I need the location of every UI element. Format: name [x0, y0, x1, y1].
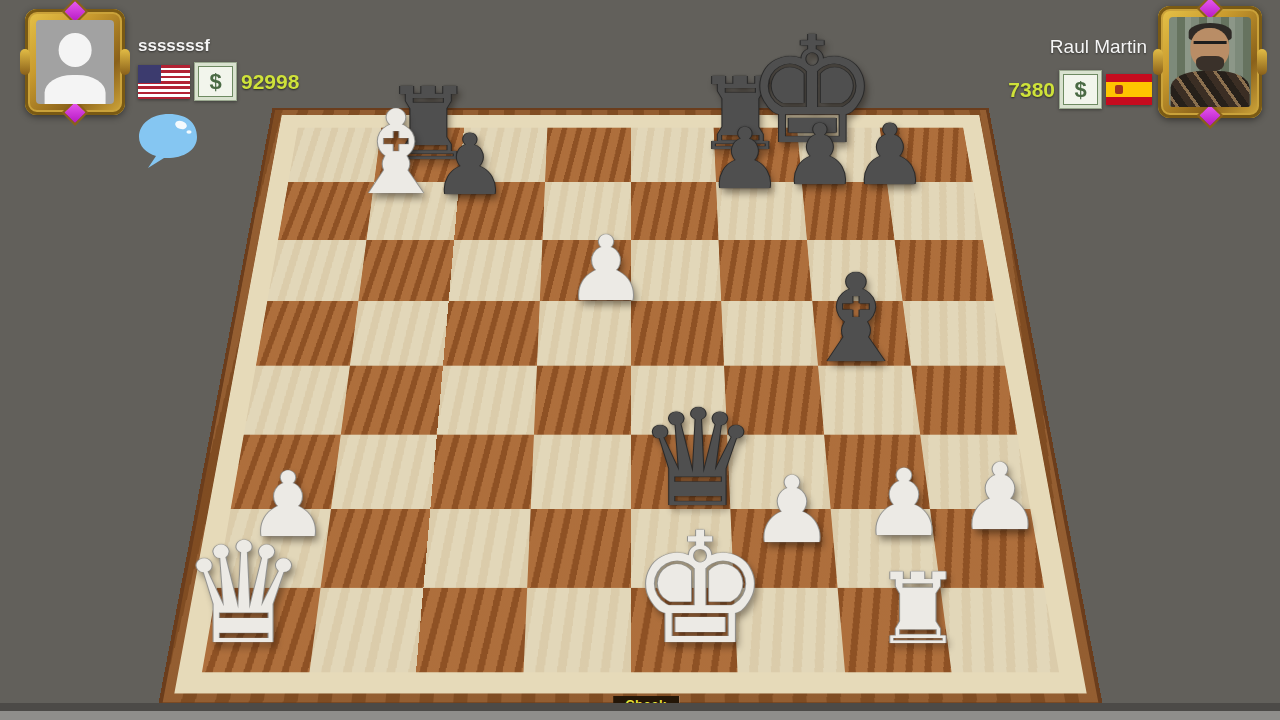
chat-bubble-icon[interactable] [136, 112, 200, 170]
piece-white-pawn-d5[interactable]: ♟ [566, 227, 647, 313]
piece-white-pawn-g2[interactable]: ♟ [863, 460, 945, 547]
right-player-name: Raul Martin [1050, 36, 1147, 58]
dollar-sign: $ [209, 71, 221, 93]
right-avatar-frame[interactable] [1158, 6, 1262, 118]
avatar-silhouette-torso [45, 75, 106, 104]
dollar-sign: $ [1074, 79, 1086, 101]
frame-ornament [20, 49, 30, 75]
dollar-bill-icon: $ [1059, 70, 1102, 109]
left-player-avatar [36, 20, 114, 104]
piece-white-bishop-a7[interactable]: ♝ [344, 98, 448, 208]
left-player-balance: 92998 [241, 70, 299, 94]
piece-black-pawn-h7[interactable]: ♟ [852, 116, 927, 196]
frame-ornament [120, 49, 130, 75]
bottom-dark-line [0, 703, 1280, 711]
us-flag-canton [138, 65, 161, 83]
frame-ornament [1153, 49, 1163, 75]
bottom-light-bar [0, 711, 1280, 720]
avatar-silhouette-head [59, 33, 92, 67]
game-screen: { "game": "chess", "position": { "fen": … [0, 0, 1280, 720]
piece-white-pawn-h2[interactable]: ♟ [959, 454, 1041, 541]
piece-white-rook-g1[interactable]: ♜ [874, 563, 962, 656]
avatar-glasses [1194, 41, 1227, 52]
spain-flag-icon [1106, 74, 1152, 105]
us-flag-icon [138, 65, 190, 99]
spain-flag-crest [1115, 85, 1123, 94]
avatar-beard [1196, 56, 1224, 72]
avatar-shirt [1171, 71, 1250, 107]
piece-black-bishop-g4[interactable]: ♝ [801, 262, 910, 378]
piece-black-pawn-f7[interactable]: ♟ [707, 120, 782, 200]
piece-white-queen-a1[interactable]: ♛ [181, 527, 307, 660]
piece-black-pawn-g7[interactable]: ♟ [782, 116, 857, 196]
dollar-bill-icon: $ [194, 62, 237, 101]
left-player-name: sssssssf [138, 36, 210, 56]
right-player-avatar [1169, 17, 1251, 107]
left-avatar-frame[interactable] [25, 9, 125, 115]
right-player-balance: 7380 [1008, 78, 1055, 102]
piece-white-king-e1[interactable]: ♚ [631, 516, 769, 662]
frame-ornament [1257, 49, 1267, 75]
